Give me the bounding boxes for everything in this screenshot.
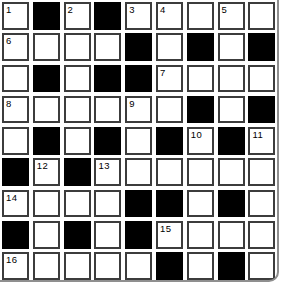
white-cell-r1c2[interactable]	[64, 33, 91, 61]
black-cell-r6c4	[125, 190, 152, 218]
white-cell-r4c0[interactable]	[2, 127, 29, 155]
black-cell-r5c0	[2, 158, 29, 186]
white-cell-r0c7[interactable]: 5	[218, 2, 245, 30]
clue-number: 12	[37, 160, 49, 171]
white-cell-r8c2[interactable]	[64, 252, 91, 280]
white-cell-r1c1[interactable]	[33, 33, 60, 61]
white-cell-r5c4[interactable]	[125, 158, 152, 186]
black-cell-r1c8	[248, 33, 275, 61]
black-cell-r7c0	[2, 221, 29, 249]
white-cell-r1c3[interactable]	[94, 33, 121, 61]
clue-number: 7	[160, 67, 166, 78]
white-cell-r3c5[interactable]	[156, 96, 183, 124]
white-cell-r7c3[interactable]	[94, 221, 121, 249]
white-cell-r1c7[interactable]	[218, 33, 245, 61]
white-cell-r2c7[interactable]	[218, 65, 245, 93]
white-cell-r7c1[interactable]	[33, 221, 60, 249]
white-cell-r3c4[interactable]: 9	[125, 96, 152, 124]
white-cell-r2c2[interactable]	[64, 65, 91, 93]
white-cell-r3c7[interactable]	[218, 96, 245, 124]
white-cell-r6c6[interactable]	[187, 190, 214, 218]
black-cell-r2c4	[125, 65, 152, 93]
white-cell-r0c5[interactable]: 4	[156, 2, 183, 30]
white-cell-r7c6[interactable]	[187, 221, 214, 249]
clue-number: 3	[129, 4, 135, 15]
white-cell-r2c5[interactable]: 7	[156, 65, 183, 93]
white-cell-r6c8[interactable]	[248, 190, 275, 218]
white-cell-r7c5[interactable]: 15	[156, 221, 183, 249]
clue-number: 9	[129, 98, 135, 109]
white-cell-r4c2[interactable]	[64, 127, 91, 155]
clue-number: 1	[6, 4, 12, 15]
crossword-grid: 12345678910111213141516	[2, 2, 275, 280]
black-cell-r0c3	[94, 2, 121, 30]
white-cell-r5c6[interactable]	[187, 158, 214, 186]
clue-number: 15	[160, 223, 172, 234]
white-cell-r8c4[interactable]	[125, 252, 152, 280]
white-cell-r4c8[interactable]: 11	[248, 127, 275, 155]
white-cell-r6c3[interactable]	[94, 190, 121, 218]
clue-number: 2	[68, 4, 74, 15]
crossword-puzzle: 12345678910111213141516	[0, 0, 282, 286]
clue-number: 11	[252, 129, 263, 140]
black-cell-r0c1	[33, 2, 60, 30]
black-cell-r3c8	[248, 96, 275, 124]
white-cell-r6c2[interactable]	[64, 190, 91, 218]
white-cell-r3c1[interactable]	[33, 96, 60, 124]
white-cell-r8c0[interactable]: 16	[2, 252, 29, 280]
clue-number: 14	[6, 192, 18, 203]
white-cell-r3c0[interactable]: 8	[2, 96, 29, 124]
clue-number: 10	[191, 129, 203, 140]
white-cell-r1c5[interactable]	[156, 33, 183, 61]
black-cell-r5c2	[64, 158, 91, 186]
white-cell-r2c0[interactable]	[2, 65, 29, 93]
black-cell-r6c5	[156, 190, 183, 218]
black-cell-r8c5	[156, 252, 183, 280]
black-cell-r4c1	[33, 127, 60, 155]
white-cell-r8c1[interactable]	[33, 252, 60, 280]
black-cell-r2c3	[94, 65, 121, 93]
black-cell-r7c4	[125, 221, 152, 249]
white-cell-r6c0[interactable]: 14	[2, 190, 29, 218]
white-cell-r2c6[interactable]	[187, 65, 214, 93]
white-cell-r6c1[interactable]	[33, 190, 60, 218]
black-cell-r3c6	[187, 96, 214, 124]
white-cell-r0c2[interactable]: 2	[64, 2, 91, 30]
black-cell-r4c3	[94, 127, 121, 155]
clue-number: 6	[6, 35, 12, 46]
clue-number: 5	[222, 4, 228, 15]
white-cell-r7c7[interactable]	[218, 221, 245, 249]
white-cell-r8c3[interactable]	[94, 252, 121, 280]
white-cell-r0c4[interactable]: 3	[125, 2, 152, 30]
white-cell-r8c6[interactable]	[187, 252, 214, 280]
black-cell-r2c1	[33, 65, 60, 93]
black-cell-r1c4	[125, 33, 152, 61]
white-cell-r5c7[interactable]	[218, 158, 245, 186]
white-cell-r0c8[interactable]	[248, 2, 275, 30]
white-cell-r7c8[interactable]	[248, 221, 275, 249]
white-cell-r4c6[interactable]: 10	[187, 127, 214, 155]
black-cell-r7c2	[64, 221, 91, 249]
black-cell-r6c7	[218, 190, 245, 218]
black-cell-r4c5	[156, 127, 183, 155]
white-cell-r1c0[interactable]: 6	[2, 33, 29, 61]
white-cell-r5c1[interactable]: 12	[33, 158, 60, 186]
white-cell-r0c0[interactable]: 1	[2, 2, 29, 30]
white-cell-r5c3[interactable]: 13	[94, 158, 121, 186]
clue-number: 4	[160, 4, 166, 15]
white-cell-r8c8[interactable]	[248, 252, 275, 280]
black-cell-r1c6	[187, 33, 214, 61]
white-cell-r5c8[interactable]	[248, 158, 275, 186]
black-cell-r8c7	[218, 252, 245, 280]
white-cell-r5c5[interactable]	[156, 158, 183, 186]
white-cell-r0c6[interactable]	[187, 2, 214, 30]
clue-number: 8	[6, 98, 12, 109]
white-cell-r2c8[interactable]	[248, 65, 275, 93]
white-cell-r3c2[interactable]	[64, 96, 91, 124]
white-cell-r3c3[interactable]	[94, 96, 121, 124]
clue-number: 16	[6, 254, 18, 265]
clue-number: 13	[98, 160, 110, 171]
black-cell-r4c7	[218, 127, 245, 155]
white-cell-r4c4[interactable]	[125, 127, 152, 155]
